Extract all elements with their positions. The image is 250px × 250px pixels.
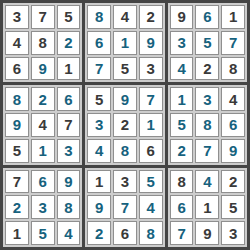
box-8: 135974268: [85, 168, 164, 247]
cell-r6c9[interactable]: 9: [221, 139, 245, 163]
cell-r8c9[interactable]: 5: [221, 195, 245, 219]
cell-r7c1[interactable]: 7: [5, 170, 29, 194]
cell-r8c8[interactable]: 1: [195, 195, 219, 219]
cell-r7c6[interactable]: 5: [139, 170, 163, 194]
cell-r6c4[interactable]: 4: [87, 139, 111, 163]
cell-r3c3[interactable]: 1: [57, 57, 81, 81]
cell-r4c6[interactable]: 7: [139, 87, 163, 111]
cell-r1c8[interactable]: 6: [195, 5, 219, 29]
cell-r6c6[interactable]: 6: [139, 139, 163, 163]
sudoku-board: 3754826918426197539613574288269475135973…: [0, 0, 250, 250]
cell-r5c1[interactable]: 9: [5, 113, 29, 137]
cell-r2c6[interactable]: 9: [139, 31, 163, 55]
cell-r1c5[interactable]: 4: [113, 5, 137, 29]
cell-r3c8[interactable]: 2: [195, 57, 219, 81]
cell-r6c1[interactable]: 5: [5, 139, 29, 163]
cell-r4c5[interactable]: 9: [113, 87, 137, 111]
cell-r5c2[interactable]: 4: [31, 113, 55, 137]
cell-r6c8[interactable]: 7: [195, 139, 219, 163]
cell-r7c2[interactable]: 6: [31, 170, 55, 194]
cell-r8c3[interactable]: 8: [57, 195, 81, 219]
cell-r6c5[interactable]: 8: [113, 139, 137, 163]
cell-r5c5[interactable]: 2: [113, 113, 137, 137]
cell-r6c7[interactable]: 2: [170, 139, 194, 163]
cell-r1c1[interactable]: 3: [5, 5, 29, 29]
cell-r7c8[interactable]: 4: [195, 170, 219, 194]
cell-r4c2[interactable]: 2: [31, 87, 55, 111]
cell-r1c9[interactable]: 1: [221, 5, 245, 29]
cell-r1c4[interactable]: 8: [87, 5, 111, 29]
cell-r8c5[interactable]: 7: [113, 195, 137, 219]
cell-r1c7[interactable]: 9: [170, 5, 194, 29]
cell-r3c7[interactable]: 4: [170, 57, 194, 81]
cell-r2c1[interactable]: 4: [5, 31, 29, 55]
box-5: 597321486: [85, 85, 164, 164]
cell-r4c7[interactable]: 1: [170, 87, 194, 111]
cell-r5c4[interactable]: 3: [87, 113, 111, 137]
cell-r5c3[interactable]: 7: [57, 113, 81, 137]
cell-r2c7[interactable]: 3: [170, 31, 194, 55]
cell-r2c5[interactable]: 1: [113, 31, 137, 55]
cell-r6c2[interactable]: 1: [31, 139, 55, 163]
cell-r9c7[interactable]: 7: [170, 221, 194, 245]
cell-r7c7[interactable]: 8: [170, 170, 194, 194]
cell-r1c2[interactable]: 7: [31, 5, 55, 29]
cell-r9c4[interactable]: 2: [87, 221, 111, 245]
box-4: 826947513: [3, 85, 82, 164]
cell-r1c3[interactable]: 5: [57, 5, 81, 29]
cell-r3c9[interactable]: 8: [221, 57, 245, 81]
cell-r4c1[interactable]: 8: [5, 87, 29, 111]
cell-r9c1[interactable]: 1: [5, 221, 29, 245]
cell-r2c2[interactable]: 8: [31, 31, 55, 55]
cell-r4c9[interactable]: 4: [221, 87, 245, 111]
cell-r8c4[interactable]: 9: [87, 195, 111, 219]
cell-r4c8[interactable]: 3: [195, 87, 219, 111]
cell-r2c8[interactable]: 5: [195, 31, 219, 55]
cell-r2c4[interactable]: 6: [87, 31, 111, 55]
cell-r9c2[interactable]: 5: [31, 221, 55, 245]
box-7: 769238154: [3, 168, 82, 247]
cell-r7c9[interactable]: 2: [221, 170, 245, 194]
box-1: 375482691: [3, 3, 82, 82]
cell-r7c5[interactable]: 3: [113, 170, 137, 194]
box-3: 961357428: [168, 3, 247, 82]
cell-r3c6[interactable]: 3: [139, 57, 163, 81]
box-2: 842619753: [85, 3, 164, 82]
cell-r3c1[interactable]: 6: [5, 57, 29, 81]
cell-r3c2[interactable]: 9: [31, 57, 55, 81]
cell-r7c4[interactable]: 1: [87, 170, 111, 194]
box-9: 842615793: [168, 168, 247, 247]
cell-r5c7[interactable]: 5: [170, 113, 194, 137]
cell-r9c3[interactable]: 4: [57, 221, 81, 245]
cell-r8c6[interactable]: 4: [139, 195, 163, 219]
cell-r1c6[interactable]: 2: [139, 5, 163, 29]
cell-r8c1[interactable]: 2: [5, 195, 29, 219]
cell-r8c2[interactable]: 3: [31, 195, 55, 219]
cell-r2c3[interactable]: 2: [57, 31, 81, 55]
cell-r3c4[interactable]: 7: [87, 57, 111, 81]
cell-r5c8[interactable]: 8: [195, 113, 219, 137]
cell-r4c4[interactable]: 5: [87, 87, 111, 111]
cell-r8c7[interactable]: 6: [170, 195, 194, 219]
cell-r9c8[interactable]: 9: [195, 221, 219, 245]
cell-r7c3[interactable]: 9: [57, 170, 81, 194]
cell-r2c9[interactable]: 7: [221, 31, 245, 55]
cell-r9c6[interactable]: 8: [139, 221, 163, 245]
cell-r5c6[interactable]: 1: [139, 113, 163, 137]
cell-r9c9[interactable]: 3: [221, 221, 245, 245]
box-6: 134586279: [168, 85, 247, 164]
cell-r9c5[interactable]: 6: [113, 221, 137, 245]
cell-r5c9[interactable]: 6: [221, 113, 245, 137]
cell-r4c3[interactable]: 6: [57, 87, 81, 111]
cell-r6c3[interactable]: 3: [57, 139, 81, 163]
cell-r3c5[interactable]: 5: [113, 57, 137, 81]
